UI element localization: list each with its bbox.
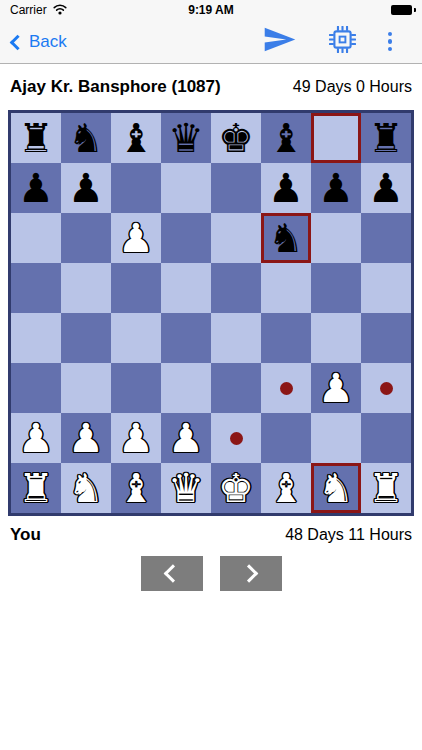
black-pawn: ♟ xyxy=(318,163,354,213)
square-a8[interactable]: ♜ xyxy=(11,113,61,163)
square-c4[interactable] xyxy=(111,313,161,363)
black-king: ♚ xyxy=(218,113,254,163)
chip-icon[interactable] xyxy=(329,26,356,57)
square-a7[interactable]: ♟ xyxy=(11,163,61,213)
black-queen: ♛ xyxy=(168,113,204,163)
square-e8[interactable]: ♚ xyxy=(211,113,261,163)
square-d2[interactable]: ♟ xyxy=(161,413,211,463)
square-f3[interactable] xyxy=(261,363,311,413)
player-clock: 48 Days 11 Hours xyxy=(285,526,412,544)
square-g4[interactable] xyxy=(311,313,361,363)
square-b8[interactable]: ♞ xyxy=(61,113,111,163)
square-e5[interactable] xyxy=(211,263,261,313)
opponent-row: Ajay Kr. Bansphore (1087) 49 Days 0 Hour… xyxy=(0,77,422,97)
square-a2[interactable]: ♟ xyxy=(11,413,61,463)
square-e4[interactable] xyxy=(211,313,261,363)
square-b6[interactable] xyxy=(61,213,111,263)
opponent-name: Ajay Kr. Bansphore (1087) xyxy=(10,77,221,97)
square-g1[interactable]: ♞ xyxy=(311,463,361,513)
chevron-left-icon xyxy=(164,564,182,582)
square-a3[interactable] xyxy=(11,363,61,413)
square-d7[interactable] xyxy=(161,163,211,213)
square-e6[interactable] xyxy=(211,213,261,263)
legal-move-dot xyxy=(230,432,243,445)
square-b4[interactable] xyxy=(61,313,111,363)
black-pawn: ♟ xyxy=(18,163,54,213)
square-h2[interactable] xyxy=(361,413,411,463)
move-controls xyxy=(0,556,422,591)
black-rook: ♜ xyxy=(18,113,54,163)
square-d3[interactable] xyxy=(161,363,211,413)
square-f8[interactable]: ♝ xyxy=(261,113,311,163)
black-rook: ♜ xyxy=(368,113,404,163)
square-c2[interactable]: ♟ xyxy=(111,413,161,463)
black-pawn: ♟ xyxy=(368,163,404,213)
back-button[interactable]: Back xyxy=(12,32,67,52)
legal-move-dot xyxy=(380,382,393,395)
square-f2[interactable] xyxy=(261,413,311,463)
square-d4[interactable] xyxy=(161,313,211,363)
black-bishop: ♝ xyxy=(268,113,304,163)
white-pawn: ♟ xyxy=(168,413,204,463)
square-f5[interactable] xyxy=(261,263,311,313)
nav-bar: Back xyxy=(0,20,422,64)
square-b3[interactable] xyxy=(61,363,111,413)
square-a5[interactable] xyxy=(11,263,61,313)
white-king: ♚ xyxy=(218,463,254,513)
white-rook: ♜ xyxy=(18,463,54,513)
white-queen: ♛ xyxy=(168,463,204,513)
square-b2[interactable]: ♟ xyxy=(61,413,111,463)
square-b7[interactable]: ♟ xyxy=(61,163,111,213)
black-pawn: ♟ xyxy=(68,163,104,213)
square-f4[interactable] xyxy=(261,313,311,363)
chevron-right-icon xyxy=(240,564,258,582)
black-knight: ♞ xyxy=(68,113,104,163)
menu-ellipsis-icon[interactable] xyxy=(388,32,393,52)
square-f1[interactable]: ♝ xyxy=(261,463,311,513)
back-label: Back xyxy=(29,32,67,52)
black-knight: ♞ xyxy=(268,213,304,263)
square-c1[interactable]: ♝ xyxy=(111,463,161,513)
square-d1[interactable]: ♛ xyxy=(161,463,211,513)
square-b5[interactable] xyxy=(61,263,111,313)
square-a1[interactable]: ♜ xyxy=(11,463,61,513)
square-g8[interactable] xyxy=(311,113,361,163)
square-d8[interactable]: ♛ xyxy=(161,113,211,163)
white-bishop: ♝ xyxy=(268,463,304,513)
square-e2[interactable] xyxy=(211,413,261,463)
status-time: 9:19 AM xyxy=(0,3,422,17)
next-move-button[interactable] xyxy=(220,556,282,591)
white-bishop: ♝ xyxy=(118,463,154,513)
square-c7[interactable] xyxy=(111,163,161,213)
square-h6[interactable] xyxy=(361,213,411,263)
square-h3[interactable] xyxy=(361,363,411,413)
square-e7[interactable] xyxy=(211,163,261,213)
player-name: You xyxy=(10,525,41,545)
white-knight: ♞ xyxy=(68,463,104,513)
square-e3[interactable] xyxy=(211,363,261,413)
square-e1[interactable]: ♚ xyxy=(211,463,261,513)
square-g6[interactable] xyxy=(311,213,361,263)
square-f7[interactable]: ♟ xyxy=(261,163,311,213)
previous-move-button[interactable] xyxy=(141,556,203,591)
square-d5[interactable] xyxy=(161,263,211,313)
square-a6[interactable] xyxy=(11,213,61,263)
chess-board: ♜♞♝♛♚♝♜♟♟♟♟♟♟♞♟♟♟♟♟♜♞♝♛♚♝♞♜ xyxy=(8,110,414,516)
send-icon[interactable] xyxy=(263,27,297,56)
back-chevron-icon xyxy=(10,34,26,50)
square-c3[interactable] xyxy=(111,363,161,413)
square-b1[interactable]: ♞ xyxy=(61,463,111,513)
square-g5[interactable] xyxy=(311,263,361,313)
square-f6[interactable]: ♞ xyxy=(261,213,311,263)
square-c8[interactable]: ♝ xyxy=(111,113,161,163)
square-h1[interactable]: ♜ xyxy=(361,463,411,513)
square-c5[interactable] xyxy=(111,263,161,313)
square-h5[interactable] xyxy=(361,263,411,313)
white-rook: ♜ xyxy=(368,463,404,513)
square-d6[interactable] xyxy=(161,213,211,263)
player-row: You 48 Days 11 Hours xyxy=(0,525,422,545)
white-knight: ♞ xyxy=(318,463,354,513)
white-pawn: ♟ xyxy=(118,413,154,463)
legal-move-dot xyxy=(280,382,293,395)
white-pawn: ♟ xyxy=(68,413,104,463)
black-pawn: ♟ xyxy=(268,163,304,213)
square-h8[interactable]: ♜ xyxy=(361,113,411,163)
square-a4[interactable] xyxy=(11,313,61,363)
opponent-clock: 49 Days 0 Hours xyxy=(293,78,412,96)
white-pawn: ♟ xyxy=(118,213,154,263)
status-bar: Carrier 9:19 AM xyxy=(0,0,422,20)
square-g2[interactable] xyxy=(311,413,361,463)
white-pawn: ♟ xyxy=(18,413,54,463)
white-pawn: ♟ xyxy=(318,363,354,413)
square-h7[interactable]: ♟ xyxy=(361,163,411,213)
black-bishop: ♝ xyxy=(118,113,154,163)
square-g3[interactable]: ♟ xyxy=(311,363,361,413)
square-g7[interactable]: ♟ xyxy=(311,163,361,213)
square-c6[interactable]: ♟ xyxy=(111,213,161,263)
square-h4[interactable] xyxy=(361,313,411,363)
